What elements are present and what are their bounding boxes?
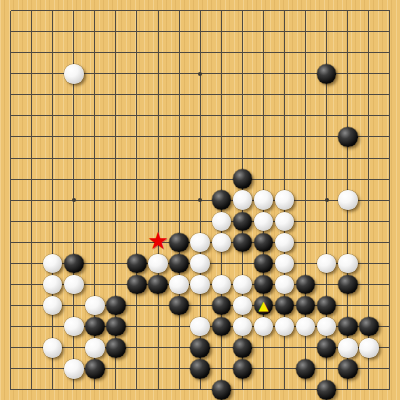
stone-white[interactable] (64, 359, 84, 379)
stone-black[interactable] (296, 359, 316, 379)
stone-white[interactable] (359, 338, 379, 358)
stone-white[interactable] (64, 64, 84, 84)
hoshi-point (198, 72, 202, 76)
stone-black[interactable] (359, 317, 379, 337)
stone-black[interactable] (338, 127, 358, 147)
hoshi-point (325, 198, 329, 202)
stone-black[interactable] (127, 275, 147, 295)
go-board[interactable]: ★▲ (0, 0, 400, 400)
stone-black[interactable] (233, 169, 253, 189)
stone-white[interactable] (85, 296, 105, 316)
stone-black[interactable] (233, 212, 253, 232)
stone-white[interactable] (212, 233, 232, 253)
stone-black[interactable] (317, 380, 337, 400)
stone-white[interactable] (85, 338, 105, 358)
stone-black[interactable] (127, 254, 147, 274)
stone-white[interactable] (190, 254, 210, 274)
stone-white[interactable] (148, 254, 168, 274)
stone-black[interactable] (85, 317, 105, 337)
stone-white[interactable] (169, 275, 189, 295)
stone-black[interactable] (212, 380, 232, 400)
stone-black[interactable] (190, 359, 210, 379)
stone-black[interactable] (317, 64, 337, 84)
stone-white[interactable] (43, 338, 63, 358)
stone-black[interactable] (106, 338, 126, 358)
stone-white[interactable] (338, 190, 358, 210)
stone-white[interactable] (275, 190, 295, 210)
stone-black[interactable] (106, 317, 126, 337)
stone-white[interactable] (254, 190, 274, 210)
stone-black[interactable] (169, 254, 189, 274)
stone-black[interactable] (64, 254, 84, 274)
stone-black[interactable] (338, 275, 358, 295)
stone-black[interactable] (338, 317, 358, 337)
stone-black[interactable] (190, 338, 210, 358)
stone-black[interactable] (233, 338, 253, 358)
stone-black[interactable] (212, 190, 232, 210)
stone-black[interactable] (85, 359, 105, 379)
stone-black[interactable] (169, 296, 189, 316)
stone-black[interactable] (148, 275, 168, 295)
stone-white[interactable] (64, 317, 84, 337)
stone-black[interactable] (233, 359, 253, 379)
stone-white[interactable] (190, 275, 210, 295)
hoshi-point (72, 198, 76, 202)
stone-white[interactable] (64, 275, 84, 295)
stone-white[interactable] (338, 338, 358, 358)
stone-black[interactable] (106, 296, 126, 316)
stone-white[interactable] (212, 212, 232, 232)
stone-black[interactable] (169, 233, 189, 253)
stone-black[interactable] (317, 338, 337, 358)
stone-white[interactable] (190, 233, 210, 253)
stone-black[interactable] (338, 359, 358, 379)
stone-white[interactable] (338, 254, 358, 274)
stone-white[interactable] (233, 190, 253, 210)
